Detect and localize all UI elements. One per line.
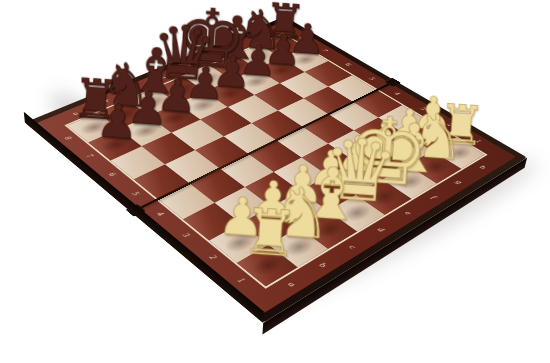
perspective-stage: abcdefgh abcdefgh 87654321 87654321 ♜♞♝♛… (98, 0, 454, 318)
frame-line: ♜♞♝♛♚♝♞♜♟♟♟♟♟♟♟♟♟♟♟♟♟♟♟♟♜♞♝♛♚♝♞♜ (64, 33, 487, 289)
chess-set-photo: abcdefgh abcdefgh 87654321 87654321 ♜♞♝♛… (0, 0, 550, 363)
board-border-band: abcdefgh abcdefgh 87654321 87654321 ♜♞♝♛… (36, 21, 516, 313)
board-squares: ♜♞♝♛♚♝♞♜♟♟♟♟♟♟♟♟♟♟♟♟♟♟♟♟♜♞♝♛♚♝♞♜ (67, 34, 485, 286)
black-pawn[interactable]: ♟ (94, 96, 139, 146)
chess-board: abcdefgh abcdefgh 87654321 87654321 ♜♞♝♛… (25, 16, 527, 323)
white-rook[interactable]: ♜ (239, 200, 300, 267)
